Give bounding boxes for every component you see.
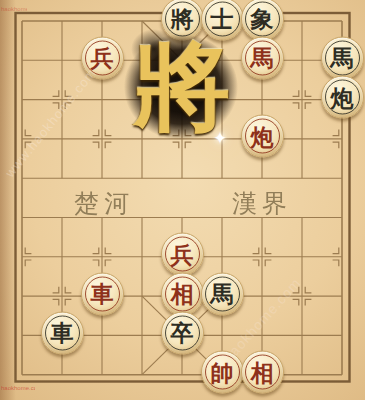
red-horse[interactable]: 馬: [241, 36, 284, 79]
piece-glyph: 馬: [331, 46, 354, 69]
black-horse[interactable]: 馬: [321, 36, 364, 79]
black-advisor[interactable]: 士: [201, 0, 244, 40]
red-chariot[interactable]: 車: [81, 272, 124, 315]
pieces-layer: 將士象兵馬馬炮炮兵車相馬車卒帥相: [2, 1, 362, 394]
piece-glyph: 兵: [171, 242, 194, 265]
black-horse[interactable]: 馬: [201, 272, 244, 315]
piece-glyph: 卒: [171, 321, 194, 344]
red-elephant[interactable]: 相: [161, 272, 204, 315]
red-general[interactable]: 帥: [201, 351, 244, 394]
piece-glyph: 相: [171, 282, 194, 305]
black-soldier[interactable]: 卒: [161, 311, 204, 354]
piece-glyph: 馬: [211, 282, 234, 305]
piece-glyph: 士: [211, 7, 234, 30]
xiangqi-board-screen: 楚河 漢界 將士象兵馬馬炮炮兵車相馬車卒帥相 將 ✦ www.haokhome.…: [0, 0, 365, 400]
piece-glyph: 帥: [211, 360, 234, 383]
red-soldier[interactable]: 兵: [161, 233, 204, 276]
red-soldier[interactable]: 兵: [81, 36, 124, 79]
black-elephant[interactable]: 象: [241, 0, 284, 40]
piece-glyph: 相: [251, 360, 274, 383]
black-cannon[interactable]: 炮: [321, 76, 364, 119]
red-cannon[interactable]: 炮: [241, 115, 284, 158]
piece-glyph: 車: [91, 282, 114, 305]
piece-glyph: 將: [171, 7, 194, 30]
piece-glyph: 炮: [331, 85, 354, 108]
red-elephant[interactable]: 相: [241, 351, 284, 394]
piece-glyph: 馬: [251, 46, 274, 69]
black-general[interactable]: 將: [161, 0, 204, 40]
piece-glyph: 車: [51, 321, 74, 344]
piece-glyph: 象: [251, 7, 274, 30]
piece-glyph: 炮: [251, 124, 274, 147]
piece-glyph: 兵: [91, 46, 114, 69]
black-chariot[interactable]: 車: [41, 311, 84, 354]
